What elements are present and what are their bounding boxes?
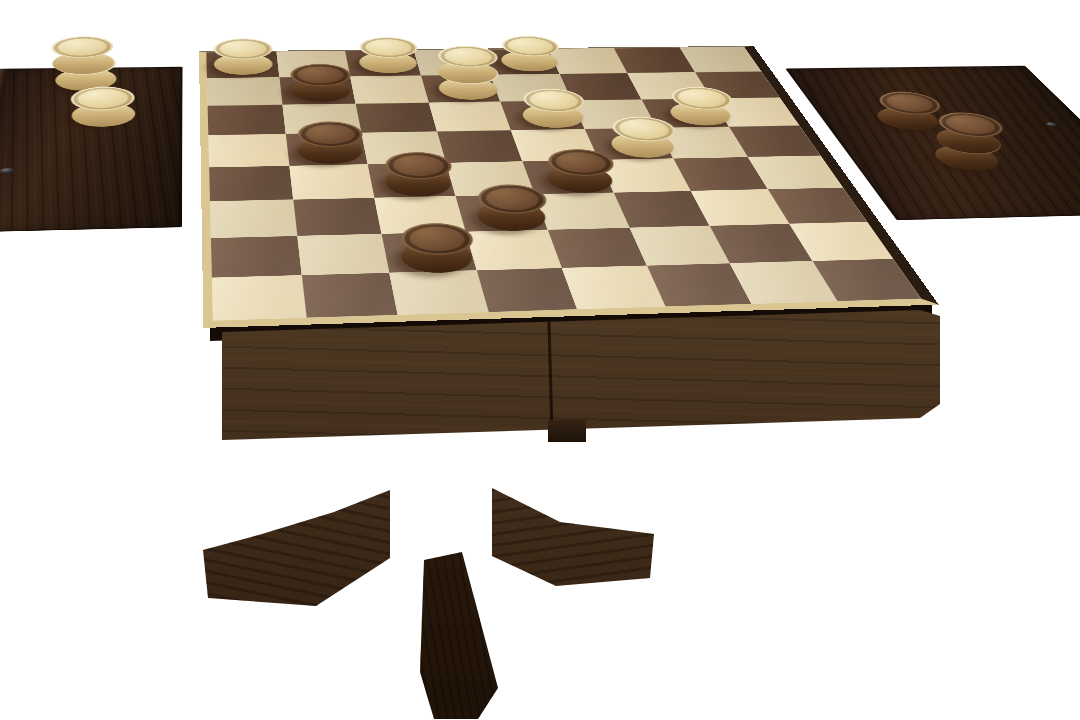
square-r7c4 [465,230,562,271]
square-r2c3 [350,76,428,104]
checker-light-king-r2c4[interactable] [436,78,502,101]
checker-light-r1c5[interactable] [498,51,563,72]
board-anchor [205,0,845,483]
checker-dark-r5c5[interactable] [543,166,618,194]
square-r2c1 [207,77,282,106]
square-r4c4 [437,130,523,162]
checker-light-r3c7[interactable] [665,103,737,127]
side-tray-right [785,66,1080,221]
tray-left-lip [0,69,7,233]
checker-light-r4c6[interactable] [606,133,680,159]
square-r8c4 [476,268,577,312]
square-r1c8 [679,47,761,72]
tray-left-knob-icon [0,168,14,174]
square-r8c3 [389,270,488,315]
square-r6c2 [293,198,382,236]
square-r5c1 [209,166,293,202]
square-r3c3 [356,103,437,133]
scene [0,0,1080,720]
tray-right-latch-icon [1045,122,1058,126]
square-r8c1 [212,275,306,320]
checker-dark-r5c3[interactable] [382,169,454,198]
square-r7c1 [211,236,301,278]
checker-dark-r7c3[interactable] [398,241,477,275]
checker-light-r1c1[interactable] [214,54,274,76]
checkers-board [199,46,939,328]
square-r7c8 [789,222,893,261]
checker-light-r1c3[interactable] [357,53,419,75]
square-r8c7 [730,261,837,304]
square-r8c5 [562,266,665,310]
square-r8c2 [301,273,397,318]
square-r6c8 [767,187,867,223]
square-r7c5 [548,228,647,268]
square-r7c2 [297,234,390,275]
checker-dark-r2c2[interactable] [289,80,352,103]
tray-left-checker-light-single[interactable] [70,103,136,128]
square-r4c1 [208,134,289,167]
square-r5c2 [289,164,374,199]
square-r3c1 [208,105,286,136]
checker-dark-r6c4[interactable] [473,202,550,233]
square-r3c4 [428,102,511,132]
square-r6c1 [210,199,297,238]
checker-light-r3c5[interactable] [519,105,589,129]
square-r6c6 [613,191,709,228]
